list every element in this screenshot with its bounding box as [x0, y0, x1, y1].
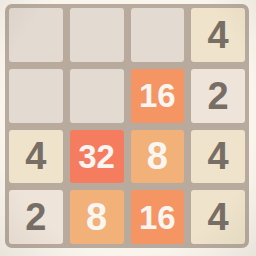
tile-32-r3c2: 32: [70, 130, 124, 184]
tile-4-r1c4: 4: [191, 8, 245, 62]
tile-2-r4c1: 2: [9, 190, 63, 244]
empty-cell-r1c2: [70, 8, 124, 62]
tile-2-r2c4: 2: [191, 69, 245, 123]
tile-16-r4c3: 16: [131, 190, 185, 244]
tile-4-r3c4: 4: [191, 130, 245, 184]
game-board-2048[interactable]: 41624328428164: [5, 4, 249, 248]
tile-8-r4c2: 8: [70, 190, 124, 244]
tile-8-r3c3: 8: [131, 130, 185, 184]
empty-cell-r2c1: [9, 69, 63, 123]
tile-4-r3c1: 4: [9, 130, 63, 184]
tile-4-r4c4: 4: [191, 190, 245, 244]
empty-cell-r2c2: [70, 69, 124, 123]
empty-cell-r1c1: [9, 8, 63, 62]
empty-cell-r1c3: [131, 8, 185, 62]
tile-16-r2c3: 16: [131, 69, 185, 123]
game-screen: 41624328428164: [0, 0, 256, 256]
